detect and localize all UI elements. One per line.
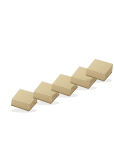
photo-canvas bbox=[0, 0, 113, 150]
pieces-layer bbox=[11, 59, 114, 113]
game-piece-wooden-block bbox=[86, 59, 114, 83]
wooden-blocks-photo bbox=[0, 0, 113, 150]
